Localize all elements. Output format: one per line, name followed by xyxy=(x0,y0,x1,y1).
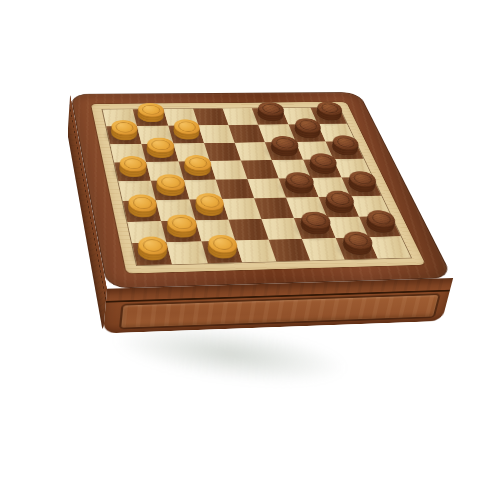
checker-piece-brown[interactable] xyxy=(305,160,339,177)
checker-piece-yellow[interactable] xyxy=(117,163,149,180)
board-cell-r5c4[interactable] xyxy=(254,198,294,219)
board-cell-r7c6[interactable] xyxy=(335,237,377,259)
board-cell-r2c1[interactable] xyxy=(142,143,178,162)
board-cell-r6c5[interactable] xyxy=(294,217,335,239)
checkers-board xyxy=(103,107,411,265)
board-cell-r1c0[interactable] xyxy=(106,126,141,144)
board-cell-r2c3[interactable] xyxy=(204,142,241,160)
box-top-face xyxy=(70,92,453,289)
checker-piece-yellow[interactable] xyxy=(144,144,176,160)
board-cell-r1c2[interactable] xyxy=(168,125,204,143)
checker-piece-brown[interactable] xyxy=(290,125,323,140)
board-cell-r4c5[interactable] xyxy=(279,178,318,198)
board-cell-r7c2[interactable] xyxy=(201,240,242,263)
checker-piece-yellow[interactable] xyxy=(125,202,159,221)
checker-piece-yellow[interactable] xyxy=(108,127,139,143)
checker-piece-yellow[interactable] xyxy=(135,244,170,264)
checker-piece-brown[interactable] xyxy=(267,143,300,159)
board-cell-r2c5[interactable] xyxy=(265,142,303,160)
checker-piece-yellow[interactable] xyxy=(203,242,239,262)
checker-piece-yellow[interactable] xyxy=(153,181,186,199)
checker-piece-yellow[interactable] xyxy=(135,110,166,125)
board-cell-r6c1[interactable] xyxy=(161,220,201,242)
board-cell-r4c1[interactable] xyxy=(151,180,189,200)
board-cell-r5c0[interactable] xyxy=(123,200,161,221)
checker-piece-brown[interactable] xyxy=(321,198,356,216)
checker-piece-brown[interactable] xyxy=(328,142,361,158)
board-cell-r3c2[interactable] xyxy=(178,161,215,180)
storage-drawer-front[interactable] xyxy=(121,295,438,328)
checker-piece-brown[interactable] xyxy=(297,218,333,237)
checker-piece-brown[interactable] xyxy=(312,108,344,123)
checker-piece-brown[interactable] xyxy=(344,178,379,195)
board-cell-r3c0[interactable] xyxy=(114,162,151,181)
board-cell-r4c3[interactable] xyxy=(216,179,255,199)
board-cell-r0c1[interactable] xyxy=(133,109,168,126)
checker-piece-brown[interactable] xyxy=(361,217,398,236)
box-front-face xyxy=(103,278,453,333)
board-cell-r7c0[interactable] xyxy=(132,242,172,265)
checker-piece-brown[interactable] xyxy=(338,238,375,258)
perspective-wrapper xyxy=(0,0,480,480)
checker-piece-brown[interactable] xyxy=(281,179,315,196)
checker-piece-yellow[interactable] xyxy=(180,162,213,179)
scene xyxy=(0,0,480,480)
checker-piece-yellow[interactable] xyxy=(170,127,201,143)
checker-piece-yellow[interactable] xyxy=(191,200,225,218)
board-cell-r5c2[interactable] xyxy=(189,199,228,220)
checkers-box xyxy=(69,112,448,312)
checker-piece-yellow[interactable] xyxy=(164,221,199,240)
board-cell-r0c5[interactable] xyxy=(252,108,288,125)
checker-piece-brown[interactable] xyxy=(254,109,286,124)
